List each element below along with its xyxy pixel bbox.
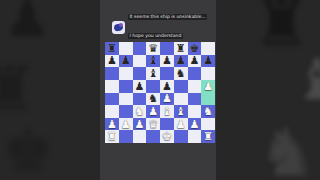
white-knight-c3: ♞ — [134, 106, 144, 117]
blurred-right-background: ♜♝♞ — [216, 0, 320, 180]
blurred-chess-piece-icon-5: ♝ — [292, 52, 320, 108]
square-a4 — [105, 93, 119, 106]
chat-line-2: I hope you understand — [128, 33, 183, 39]
square-c1 — [133, 130, 147, 143]
black-pawn-a7: ♟ — [107, 55, 117, 66]
white-rook-h1: ♜ — [203, 131, 213, 142]
square-a5 — [105, 80, 119, 93]
chat-line-1: It seems this ship is unsinkable... — [128, 14, 207, 20]
chess-board: ♜♛♜♚♟♟♝♟♟♟♟♝♞♟♟♟♞♟♞♟♝♝♞♟♟♟♛♟♟♜♚♜ — [105, 42, 215, 143]
square-g2: ♟ — [188, 118, 202, 131]
square-c3: ♞ — [133, 105, 147, 118]
square-b1 — [119, 130, 133, 143]
black-rook-a8: ♜ — [107, 43, 117, 54]
square-g8: ♚ — [188, 42, 202, 55]
avatar-accent-icon — [119, 23, 123, 27]
white-knight-h3: ♞ — [203, 106, 213, 117]
black-queen-d8: ♛ — [148, 43, 158, 54]
blurred-left-background: ♟♜♚ — [0, 0, 100, 180]
square-e2 — [160, 118, 174, 131]
square-c6 — [133, 67, 147, 80]
blurred-chess-piece-icon-1: ♟ — [4, 0, 51, 44]
black-knight-f6: ♞ — [176, 68, 186, 79]
square-b5 — [119, 80, 133, 93]
square-d8: ♛ — [146, 42, 160, 55]
white-bishop-e3: ♝ — [162, 106, 172, 117]
vertical-video-strip: It seems this ship is unsinkable...I hop… — [100, 0, 216, 180]
square-h5: ♟ — [201, 80, 215, 93]
square-b6 — [119, 67, 133, 80]
white-pawn-a2: ♟ — [107, 119, 117, 130]
square-g3 — [188, 105, 202, 118]
square-f4 — [174, 93, 188, 106]
square-d5 — [146, 80, 160, 93]
white-pawn-g2: ♟ — [189, 119, 199, 130]
blurred-chess-piece-icon-6: ♞ — [258, 120, 317, 180]
square-a3 — [105, 105, 119, 118]
white-pawn-d3: ♟ — [148, 106, 158, 117]
square-h7: ♟ — [201, 55, 215, 68]
white-pawn-b2: ♟ — [121, 119, 131, 130]
black-king-g8: ♚ — [189, 43, 199, 54]
black-pawn-b7: ♟ — [121, 55, 131, 66]
square-c4 — [133, 93, 147, 106]
square-f2: ♟ — [174, 118, 188, 131]
square-c5: ♟ — [133, 80, 147, 93]
square-e1: ♚ — [160, 130, 174, 143]
square-f1 — [174, 130, 188, 143]
square-f7: ♟ — [174, 55, 188, 68]
white-pawn-c2: ♟ — [134, 119, 144, 130]
square-e6 — [160, 67, 174, 80]
square-e4: ♟ — [160, 93, 174, 106]
square-f3: ♝ — [174, 105, 188, 118]
square-d1 — [146, 130, 160, 143]
square-c2: ♟ — [133, 118, 147, 131]
square-d7: ♝ — [146, 55, 160, 68]
square-h2 — [201, 118, 215, 131]
square-g4 — [188, 93, 202, 106]
white-rook-a1: ♜ — [107, 131, 117, 142]
square-h3: ♞ — [201, 105, 215, 118]
black-knight-d4: ♞ — [148, 93, 158, 104]
square-h4 — [201, 93, 215, 106]
square-c7 — [133, 55, 147, 68]
square-a2: ♟ — [105, 118, 119, 131]
square-g6 — [188, 67, 202, 80]
square-e7: ♟ — [160, 55, 174, 68]
square-b2: ♟ — [119, 118, 133, 131]
square-h8 — [201, 42, 215, 55]
white-king-e1: ♚ — [162, 131, 172, 142]
square-a7: ♟ — [105, 55, 119, 68]
square-d2: ♛ — [146, 118, 160, 131]
square-g5 — [188, 80, 202, 93]
blurred-chess-piece-icon-2: ♜ — [0, 58, 38, 120]
square-b7: ♟ — [119, 55, 133, 68]
square-g7: ♟ — [188, 55, 202, 68]
square-a8: ♜ — [105, 42, 119, 55]
black-pawn-g7: ♟ — [189, 55, 199, 66]
square-d3: ♟ — [146, 105, 160, 118]
square-b4 — [119, 93, 133, 106]
square-c8 — [133, 42, 147, 55]
square-h1: ♜ — [201, 130, 215, 143]
square-f8: ♜ — [174, 42, 188, 55]
black-pawn-e5: ♟ — [162, 81, 172, 92]
white-bishop-f3: ♝ — [176, 106, 186, 117]
square-a6 — [105, 67, 119, 80]
black-bishop-d7: ♝ — [148, 55, 158, 66]
video-frame: ♟♜♚ ♜♝♞ It seems this ship is unsinkable… — [0, 0, 320, 180]
square-h6 — [201, 67, 215, 80]
white-pawn-e4: ♟ — [162, 93, 172, 104]
square-e3: ♝ — [160, 105, 174, 118]
black-pawn-f7: ♟ — [176, 55, 186, 66]
square-g1 — [188, 130, 202, 143]
white-queen-d2: ♛ — [148, 119, 158, 130]
black-bishop-d6: ♝ — [148, 68, 158, 79]
square-b8 — [119, 42, 133, 55]
square-e8 — [160, 42, 174, 55]
black-pawn-e7: ♟ — [162, 55, 172, 66]
square-f5 — [174, 80, 188, 93]
blurred-chess-piece-icon-3: ♚ — [2, 122, 54, 180]
black-rook-f8: ♜ — [176, 43, 186, 54]
chat-avatar — [112, 21, 125, 34]
square-d6: ♝ — [146, 67, 160, 80]
square-b3 — [119, 105, 133, 118]
square-f6: ♞ — [174, 67, 188, 80]
square-e5: ♟ — [160, 80, 174, 93]
black-pawn-h7: ♟ — [203, 55, 213, 66]
white-pawn-f2: ♟ — [176, 119, 186, 130]
white-pawn-h5: ♟ — [203, 81, 213, 92]
square-d4: ♞ — [146, 93, 160, 106]
square-a1: ♜ — [105, 130, 119, 143]
black-pawn-c5: ♟ — [134, 81, 144, 92]
